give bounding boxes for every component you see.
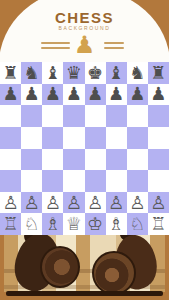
white-pawn: ♙	[2, 194, 18, 212]
square-h4[interactable]	[148, 149, 169, 171]
fallen-piece-left-base	[40, 246, 80, 288]
square-d8[interactable]: ♛	[63, 62, 84, 84]
square-a8[interactable]: ♜	[0, 62, 21, 84]
black-rook: ♜	[2, 64, 18, 82]
black-bishop: ♝	[45, 64, 61, 82]
square-b8[interactable]: ♞	[21, 62, 42, 84]
square-a1[interactable]: ♖	[0, 213, 21, 235]
square-b4[interactable]	[21, 149, 42, 171]
square-g2[interactable]: ♙	[127, 192, 148, 214]
chess-board: ♜♞♝♛♚♝♞♜♟♟♟♟♟♟♟♟♙♙♙♙♙♙♙♙♖♘♗♕♔♗♘♖	[0, 62, 169, 235]
black-pawn: ♟	[45, 85, 61, 103]
square-f3[interactable]	[106, 170, 127, 192]
square-e8[interactable]: ♚	[85, 62, 106, 84]
white-queen: ♕	[66, 215, 82, 233]
square-a3[interactable]	[0, 170, 21, 192]
square-d7[interactable]: ♟	[63, 84, 84, 106]
white-knight: ♘	[24, 215, 40, 233]
square-e5[interactable]	[85, 127, 106, 149]
square-e6[interactable]	[85, 105, 106, 127]
square-g5[interactable]	[127, 127, 148, 149]
square-b2[interactable]: ♙	[21, 192, 42, 214]
pawn-icon: ♟	[0, 33, 169, 57]
square-a4[interactable]	[0, 149, 21, 171]
square-a7[interactable]: ♟	[0, 84, 21, 106]
square-h7[interactable]: ♟	[148, 84, 169, 106]
square-h2[interactable]: ♙	[148, 192, 169, 214]
square-a6[interactable]	[0, 105, 21, 127]
square-d5[interactable]	[63, 127, 84, 149]
square-e1[interactable]: ♔	[85, 213, 106, 235]
square-f7[interactable]: ♟	[106, 84, 127, 106]
white-pawn: ♙	[129, 194, 145, 212]
white-pawn: ♙	[66, 194, 82, 212]
white-pawn: ♙	[24, 194, 40, 212]
square-e3[interactable]	[85, 170, 106, 192]
square-g3[interactable]	[127, 170, 148, 192]
white-bishop: ♗	[108, 215, 124, 233]
black-bishop: ♝	[108, 64, 124, 82]
black-knight: ♞	[24, 64, 40, 82]
square-e2[interactable]: ♙	[85, 192, 106, 214]
square-c8[interactable]: ♝	[42, 62, 63, 84]
black-pawn: ♟	[150, 85, 166, 103]
square-f6[interactable]	[106, 105, 127, 127]
square-g1[interactable]: ♘	[127, 213, 148, 235]
fallen-piece-right-base	[92, 251, 136, 295]
square-b3[interactable]	[21, 170, 42, 192]
white-pawn: ♙	[108, 194, 124, 212]
square-f1[interactable]: ♗	[106, 213, 127, 235]
black-rook: ♜	[150, 64, 166, 82]
square-a2[interactable]: ♙	[0, 192, 21, 214]
square-b5[interactable]	[21, 127, 42, 149]
square-h6[interactable]	[148, 105, 169, 127]
page-title: CHESS	[0, 9, 169, 26]
square-b7[interactable]: ♟	[21, 84, 42, 106]
black-pawn: ♟	[66, 85, 82, 103]
square-c3[interactable]	[42, 170, 63, 192]
black-pawn: ♟	[2, 85, 18, 103]
white-rook: ♖	[150, 215, 166, 233]
black-queen: ♛	[66, 64, 82, 82]
square-h3[interactable]	[148, 170, 169, 192]
square-g8[interactable]: ♞	[127, 62, 148, 84]
table-edge-bar	[6, 291, 163, 296]
square-d1[interactable]: ♕	[63, 213, 84, 235]
white-pawn: ♙	[45, 194, 61, 212]
white-pawn: ♙	[87, 194, 103, 212]
square-c5[interactable]	[42, 127, 63, 149]
black-pawn: ♟	[108, 85, 124, 103]
square-g7[interactable]: ♟	[127, 84, 148, 106]
square-e7[interactable]: ♟	[85, 84, 106, 106]
square-h5[interactable]	[148, 127, 169, 149]
white-pawn: ♙	[150, 194, 166, 212]
chess-app: CHESS BACKGROUND ♟ ♜♞♝♛♚♝♞♜♟♟♟♟♟♟♟♟♙♙♙♙♙…	[0, 0, 169, 300]
square-g4[interactable]	[127, 149, 148, 171]
square-b1[interactable]: ♘	[21, 213, 42, 235]
square-c7[interactable]: ♟	[42, 84, 63, 106]
square-a5[interactable]	[0, 127, 21, 149]
square-d6[interactable]	[63, 105, 84, 127]
square-b6[interactable]	[21, 105, 42, 127]
square-f4[interactable]	[106, 149, 127, 171]
footer-illustration	[0, 235, 169, 300]
white-king: ♔	[87, 215, 103, 233]
square-d2[interactable]: ♙	[63, 192, 84, 214]
square-e4[interactable]	[85, 149, 106, 171]
black-pawn: ♟	[24, 85, 40, 103]
square-g6[interactable]	[127, 105, 148, 127]
square-d3[interactable]	[63, 170, 84, 192]
black-pawn: ♟	[129, 85, 145, 103]
square-c6[interactable]	[42, 105, 63, 127]
square-c2[interactable]: ♙	[42, 192, 63, 214]
black-king: ♚	[87, 64, 103, 82]
square-d4[interactable]	[63, 149, 84, 171]
white-bishop: ♗	[45, 215, 61, 233]
black-pawn: ♟	[87, 85, 103, 103]
header: CHESS BACKGROUND ♟	[0, 0, 169, 62]
white-knight: ♘	[129, 215, 145, 233]
black-knight: ♞	[129, 64, 145, 82]
square-f2[interactable]: ♙	[106, 192, 127, 214]
square-h8[interactable]: ♜	[148, 62, 169, 84]
square-f8[interactable]: ♝	[106, 62, 127, 84]
square-c4[interactable]	[42, 149, 63, 171]
square-c1[interactable]: ♗	[42, 213, 63, 235]
square-h1[interactable]: ♖	[148, 213, 169, 235]
square-f5[interactable]	[106, 127, 127, 149]
white-rook: ♖	[2, 215, 18, 233]
